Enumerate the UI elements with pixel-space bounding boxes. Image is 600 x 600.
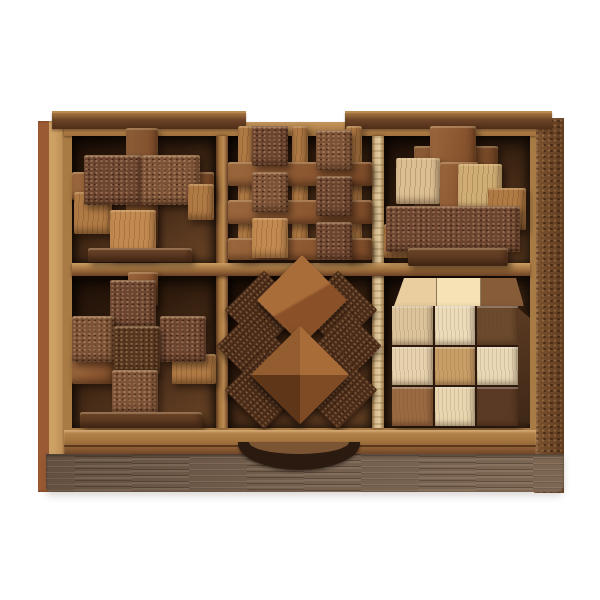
snake-cell-r1c1 (435, 347, 476, 386)
burr-left-light-cube (396, 158, 440, 204)
burr-bottom-slat (80, 412, 202, 428)
puzzle-burr-top-right (384, 126, 530, 266)
burr-bottom-cube (112, 370, 158, 414)
snake-cell-r2c1 (435, 387, 476, 426)
burr-center-cube (114, 326, 160, 374)
snake-top-seg-0 (394, 278, 437, 306)
back-rim-left-segment (52, 111, 246, 129)
snake-cell-r1c2 (477, 347, 518, 386)
lattice-cube-a3 (252, 218, 288, 258)
box-left-side-panel (38, 121, 66, 492)
burr-bottom-bar (408, 248, 508, 266)
snake-top-seg-2 (481, 278, 524, 306)
burr-left-cube (72, 316, 114, 362)
snake-cube-top-face (394, 278, 524, 306)
puzzle-burr-top-left (72, 128, 216, 262)
puzzle-star-bottom-center (228, 256, 376, 432)
box-right-side-panel (534, 118, 564, 493)
lattice-cube-a2 (252, 172, 288, 212)
burr-bottom-slat (88, 248, 192, 262)
snake-cell-r0c2 (477, 306, 518, 345)
lattice-cube-a1 (252, 126, 288, 166)
snake-top-seg-1 (437, 278, 480, 306)
puzzle-snake-cube-bottom-right (392, 276, 534, 428)
snake-cell-r0c0 (392, 306, 433, 345)
lattice-cube-b3 (316, 222, 352, 260)
lattice-cube-b2 (316, 176, 352, 216)
snake-cube-front-face (392, 306, 518, 426)
burr-right-cube (160, 316, 206, 362)
snake-cell-r2c2 (477, 387, 518, 426)
burr-beam-cube-left (84, 155, 142, 205)
burr-top-cube (110, 280, 156, 328)
snake-cube-side-face (518, 308, 530, 424)
snake-cell-r2c0 (392, 387, 433, 426)
burr-right-stub (188, 184, 214, 220)
puzzle-lattice-top-center (228, 126, 372, 264)
product-photo (0, 0, 600, 600)
lattice-cube-b1 (316, 130, 352, 170)
puzzle-box (46, 111, 564, 492)
snake-cell-r1c0 (392, 347, 433, 386)
snake-cell-r0c1 (435, 306, 476, 345)
burr-front-beam (386, 206, 520, 252)
divider-vertical-left (216, 136, 228, 428)
puzzle-burr-bottom-left (72, 272, 216, 428)
